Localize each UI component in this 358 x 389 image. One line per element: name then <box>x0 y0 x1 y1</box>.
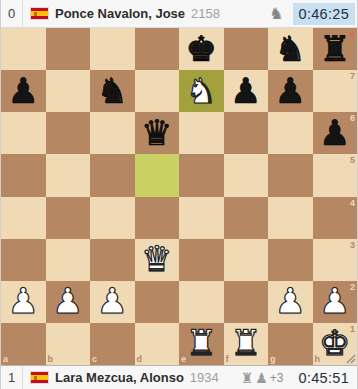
flag-emblem <box>34 12 37 16</box>
square-b3[interactable] <box>46 239 91 281</box>
spain-flag-icon <box>31 372 48 383</box>
rank-label-7: 7 <box>350 72 355 81</box>
square-g1[interactable]: g <box>268 323 313 365</box>
square-a7[interactable]: ♟ <box>1 70 46 112</box>
square-b8[interactable] <box>46 28 91 70</box>
square-e2[interactable] <box>179 281 224 323</box>
square-b1[interactable]: b <box>46 323 91 365</box>
square-e3[interactable] <box>179 239 224 281</box>
square-g3[interactable] <box>268 239 313 281</box>
captured-rook-icon <box>241 371 254 385</box>
square-d5[interactable] <box>135 154 180 196</box>
square-a3[interactable] <box>1 239 46 281</box>
square-d1[interactable]: d <box>135 323 180 365</box>
square-d2[interactable] <box>135 281 180 323</box>
square-a6[interactable] <box>1 112 46 154</box>
square-g8[interactable]: ♞ <box>268 28 313 70</box>
resize-handle-icon[interactable] <box>345 353 356 364</box>
square-d3[interactable]: ♛ <box>135 239 180 281</box>
white-pawn[interactable]: ♟ <box>90 281 135 323</box>
square-c4[interactable] <box>90 197 135 239</box>
square-c7[interactable]: ♞ <box>90 70 135 112</box>
square-f7[interactable]: ♟ <box>224 70 269 112</box>
square-a2[interactable]: ♟ <box>1 281 46 323</box>
black-rook[interactable]: ♜ <box>313 28 358 70</box>
square-c2[interactable]: ♟ <box>90 281 135 323</box>
square-b6[interactable] <box>46 112 91 154</box>
square-h5[interactable]: 5 <box>313 154 358 196</box>
spain-flag-icon <box>31 8 48 19</box>
file-label-b: b <box>48 355 54 364</box>
rank-label-3: 3 <box>350 241 355 250</box>
flag-emblem <box>34 376 37 380</box>
white-pawn[interactable]: ♟ <box>268 281 313 323</box>
square-f6[interactable] <box>224 112 269 154</box>
square-a8[interactable] <box>1 28 46 70</box>
bottom-player-bar: 1 Lara Mezcua, Alonso 1934 +3 0:45:51 <box>1 365 357 389</box>
top-player-name[interactable]: Ponce Navalon, Jose <box>55 6 185 21</box>
white-knight[interactable]: ♞ <box>179 70 224 112</box>
square-d4[interactable] <box>135 197 180 239</box>
white-pawn[interactable]: ♟ <box>46 281 91 323</box>
square-e5[interactable] <box>179 154 224 196</box>
square-h4[interactable]: 4 <box>313 197 358 239</box>
square-f2[interactable] <box>224 281 269 323</box>
rank-label-4: 4 <box>350 199 355 208</box>
top-player-score: 0 <box>1 0 23 27</box>
bottom-player-rating: 1934 <box>190 370 219 385</box>
square-g4[interactable] <box>268 197 313 239</box>
square-e4[interactable] <box>179 197 224 239</box>
square-f4[interactable] <box>224 197 269 239</box>
file-label-c: c <box>92 355 97 364</box>
black-pawn[interactable]: ♟ <box>1 70 46 112</box>
chess-board: ♚♞8♜♟♞♞♟♟7♛6♟54♛3♟♟♟♟2♟abcde♜f♜gh1♚ <box>1 28 357 365</box>
square-d7[interactable] <box>135 70 180 112</box>
square-c6[interactable] <box>90 112 135 154</box>
white-rook[interactable]: ♜ <box>179 323 224 365</box>
file-label-a: a <box>3 355 8 364</box>
white-pawn[interactable]: ♟ <box>313 281 358 323</box>
square-a1[interactable]: a <box>1 323 46 365</box>
file-label-g: g <box>270 355 276 364</box>
square-h7[interactable]: 7 <box>313 70 358 112</box>
bottom-player-clock: 0:45:51 <box>293 367 355 389</box>
square-e7[interactable]: ♞ <box>179 70 224 112</box>
square-e8[interactable]: ♚ <box>179 28 224 70</box>
top-player-bar: 0 Ponce Navalon, Jose 2158 0:46:25 <box>1 0 357 28</box>
white-pawn[interactable]: ♟ <box>1 281 46 323</box>
square-d6[interactable]: ♛ <box>135 112 180 154</box>
square-c8[interactable] <box>90 28 135 70</box>
black-pawn[interactable]: ♟ <box>313 112 358 154</box>
black-pawn[interactable]: ♟ <box>268 70 313 112</box>
square-c3[interactable] <box>90 239 135 281</box>
white-rook[interactable]: ♜ <box>224 323 269 365</box>
square-b7[interactable] <box>46 70 91 112</box>
bottom-player-name[interactable]: Lara Mezcua, Alonso <box>55 370 184 385</box>
black-knight-icon <box>269 6 283 22</box>
rank-label-5: 5 <box>350 156 355 165</box>
square-g2[interactable]: ♟ <box>268 281 313 323</box>
square-g5[interactable] <box>268 154 313 196</box>
square-f5[interactable] <box>224 154 269 196</box>
square-h2[interactable]: 2♟ <box>313 281 358 323</box>
file-label-d: d <box>137 355 143 364</box>
square-a4[interactable] <box>1 197 46 239</box>
white-queen[interactable]: ♛ <box>135 239 180 281</box>
square-f3[interactable] <box>224 239 269 281</box>
black-queen[interactable]: ♛ <box>135 112 180 154</box>
square-h3[interactable]: 3 <box>313 239 358 281</box>
top-player-rating: 2158 <box>191 6 220 21</box>
square-b4[interactable] <box>46 197 91 239</box>
top-player-clock: 0:46:25 <box>293 3 355 25</box>
black-knight[interactable]: ♞ <box>268 28 313 70</box>
broadcast-game-widget: 0 Ponce Navalon, Jose 2158 0:46:25 ♚♞8♜♟… <box>0 0 358 389</box>
square-c5[interactable] <box>90 154 135 196</box>
captured-pawn-icon <box>255 371 268 385</box>
square-b2[interactable]: ♟ <box>46 281 91 323</box>
square-g7[interactable]: ♟ <box>268 70 313 112</box>
square-f8[interactable] <box>224 28 269 70</box>
square-e6[interactable] <box>179 112 224 154</box>
bottom-player-score: 1 <box>1 366 23 389</box>
square-d8[interactable] <box>135 28 180 70</box>
square-g6[interactable] <box>268 112 313 154</box>
square-c1[interactable]: c <box>90 323 135 365</box>
black-king[interactable]: ♚ <box>179 28 224 70</box>
square-a5[interactable] <box>1 154 46 196</box>
square-e1[interactable]: e♜ <box>179 323 224 365</box>
black-pawn[interactable]: ♟ <box>224 70 269 112</box>
black-knight[interactable]: ♞ <box>90 70 135 112</box>
square-f1[interactable]: f♜ <box>224 323 269 365</box>
material-advantage-value: +3 <box>270 371 284 385</box>
square-b5[interactable] <box>46 154 91 196</box>
square-h6[interactable]: 6♟ <box>313 112 358 154</box>
square-h8[interactable]: 8♜ <box>313 28 358 70</box>
